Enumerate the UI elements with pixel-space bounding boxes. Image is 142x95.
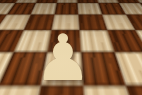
board-square[interactable] — [55, 3, 79, 15]
board-square[interactable] — [36, 0, 58, 3]
board-square[interactable] — [126, 86, 142, 95]
white-pawn[interactable]: ♟ — [33, 28, 93, 88]
chessboard-photo: ♟ — [0, 0, 142, 95]
board-square[interactable] — [77, 0, 98, 3]
